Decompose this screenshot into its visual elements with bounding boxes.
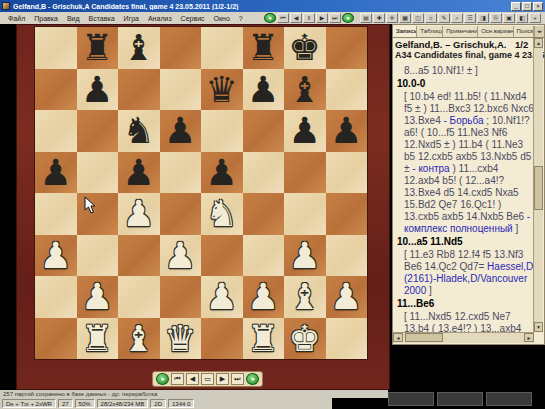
status-message: 257 партий сохранено в базе данных - др:… [0, 390, 388, 398]
square-d4[interactable] [160, 193, 202, 235]
game-result: 1/2 [515, 39, 528, 50]
window-title: Gelfand,B - Grischuk,A Candidates final,… [13, 3, 508, 10]
game-header: Gelfand,B. – Grischuk,A. 1/2 A34 Candida… [395, 39, 533, 60]
status-segment-1: 27 [58, 399, 73, 408]
square-g3[interactable]: ♟ [284, 235, 326, 277]
square-g1[interactable]: ♚ [284, 318, 326, 360]
toolbar-icon-10[interactable]: ⎘ [490, 13, 502, 23]
toolbar-playback-icon-6[interactable]: ● [342, 13, 354, 23]
square-b1[interactable]: ♜ [77, 318, 119, 360]
square-h7[interactable] [326, 69, 368, 111]
toolbar-icon-4[interactable]: ◫ [412, 13, 424, 23]
square-h4[interactable] [326, 193, 368, 235]
black-queen-e7: ♛ [201, 69, 243, 111]
notation-panel: ЗаписьТаблицаПримечанияОсн.вариантПоиск◂… [392, 24, 545, 345]
square-b8[interactable]: ♜ [77, 27, 119, 69]
square-c4[interactable]: ♟ [118, 193, 160, 235]
notation-line-0: 8...a5 10.Nf1! ± ] [395, 65, 534, 77]
square-f7[interactable]: ♟ [243, 69, 285, 111]
tab-Поиск[interactable]: Поиск [514, 26, 534, 37]
square-h1[interactable] [326, 318, 368, 360]
status-segments: De + Txt + 2xWR2750%28/2x48/234 MB2D1344… [0, 398, 332, 409]
square-h5[interactable] [326, 152, 368, 194]
square-d5[interactable] [160, 152, 202, 194]
task-block-0[interactable] [388, 392, 434, 406]
square-g7[interactable]: ♝ [284, 69, 326, 111]
square-c6[interactable]: ♞ [118, 110, 160, 152]
toolbar-playback-icon-4[interactable]: ▶ [316, 13, 328, 23]
square-e1[interactable] [201, 318, 243, 360]
menu-item-Правка[interactable]: Правка [30, 13, 62, 24]
square-c3[interactable] [118, 235, 160, 277]
playback-controls: ●⏮◀▭▶⏭● [152, 371, 263, 387]
first-move-button[interactable]: ⏮ [171, 373, 184, 385]
square-b2[interactable]: ♟ [77, 276, 119, 318]
notation-text: 8...a5 10.Nf1! ± ]10.0-0[ 10.b4 ed! 11.b… [395, 65, 534, 332]
black-rook-f8: ♜ [243, 27, 285, 69]
square-e4[interactable]: ♞ [201, 193, 243, 235]
black-bishop-g7: ♝ [284, 69, 326, 111]
black-pawn-f7: ♟ [243, 69, 285, 111]
black-pawn-a5: ♟ [35, 152, 77, 194]
square-f3[interactable] [243, 235, 285, 277]
black-bishop-c8: ♝ [118, 27, 160, 69]
game-info-line: A34 Candidates final, game 4 23.05.20 [395, 50, 533, 60]
square-h3[interactable] [326, 235, 368, 277]
square-d3[interactable]: ♟ [160, 235, 202, 277]
black-pawn-e5: ♟ [201, 152, 243, 194]
tab-Запись[interactable]: Запись [393, 26, 417, 37]
square-g8[interactable]: ♚ [284, 27, 326, 69]
status-segment-3: 28/2x48/234 MB [97, 399, 149, 408]
move-text[interactable]: ] [513, 223, 519, 234]
square-a2[interactable] [35, 276, 77, 318]
menu-item-?[interactable]: ? [235, 13, 247, 24]
notation-tabs: ЗаписьТаблицаПримечанияОсн.вариантПоиск◂… [393, 26, 544, 38]
app-icon [2, 2, 10, 10]
application-window: Gelfand,B - Grischuk,A Candidates final,… [0, 0, 545, 409]
prev-move-button[interactable]: ◀ [186, 373, 199, 385]
scroll-up-icon[interactable]: ▲ [534, 38, 543, 48]
notation-line-6: [ 11...Nxd5 12.cxd5 Ne7 13.b4 ( 13.e4!? … [395, 311, 534, 332]
menu-item-Вид[interactable]: Вид [63, 13, 84, 24]
white-bishop-g2: ♝ [284, 276, 326, 318]
menu-item-Сервис[interactable]: Сервис [177, 13, 209, 24]
white-king-g1: ♚ [284, 318, 326, 360]
vertical-scroll-thumb[interactable] [534, 166, 543, 210]
last-move-button[interactable]: ⏭ [231, 373, 244, 385]
task-block-2[interactable] [486, 392, 532, 406]
move-text[interactable]: 8...a5 10.Nf1! ± ] [404, 65, 478, 76]
square-e3[interactable] [201, 235, 243, 277]
notation-line-4: [ 11.e3 Rb8 12.f4 f5 13.Nf3 Be6 14.Qc2 Q… [395, 249, 534, 297]
menu-item-Анализ[interactable]: Анализ [144, 13, 176, 24]
move-text[interactable]: 11...Be6 [397, 298, 434, 309]
status-segment-2: 50% [75, 399, 95, 408]
chess-board: ♜♝♜♚♟♛♟♝♞♟♟♟♟♟♟♟♞♟♟♟♟♟♟♝♟♜♝♛♜♚ [35, 27, 367, 359]
square-f5[interactable] [243, 152, 285, 194]
square-d8[interactable] [160, 27, 202, 69]
toolbar-icon-1[interactable]: ✚ [373, 13, 385, 23]
board-frame: ♜♝♜♚♟♛♟♝♞♟♟♟♟♟♟♟♞♟♟♟♟♟♟♝♟♜♝♛♜♚ ●⏮◀▭▶⏭● [16, 24, 390, 390]
square-h2[interactable]: ♟ [326, 276, 368, 318]
move-text[interactable]: [ 11...Nxd5 12.cxd5 Ne7 13.b4 ( 13.e4!? … [404, 311, 530, 332]
toolbar-playback-icon-5[interactable]: ⏭ [329, 13, 341, 23]
window-controls: _□× [511, 2, 543, 11]
menu-item-Окно[interactable]: Окно [210, 13, 234, 24]
takeback-button[interactable]: ▭ [201, 373, 214, 385]
square-a5[interactable]: ♟ [35, 152, 77, 194]
square-e2[interactable]: ♟ [201, 276, 243, 318]
white-pawn-d3: ♟ [160, 235, 202, 277]
menu-item-Вставка[interactable]: Вставка [85, 13, 119, 24]
square-a6[interactable] [35, 110, 77, 152]
square-c7[interactable] [118, 69, 160, 111]
tab-scroll-icon[interactable]: ◂▸ [534, 26, 544, 37]
toolbar-playback-icon-1[interactable]: ⏮ [277, 13, 289, 23]
black-pawn-c5: ♟ [118, 152, 160, 194]
black-knight-c6: ♞ [118, 110, 160, 152]
square-h6[interactable]: ♟ [326, 110, 368, 152]
white-rook-b1: ♜ [77, 318, 119, 360]
vertical-scrollbar[interactable]: ▲ ▼ [533, 38, 543, 332]
close-button[interactable]: × [533, 2, 543, 11]
menu-bar: ФайлПравкаВидВставкаИграАнализСервисОкно… [0, 12, 545, 24]
menu-item-Игра[interactable]: Игра [120, 13, 143, 24]
toolbar-icon-3[interactable]: ▦ [399, 13, 411, 23]
white-pawn-f2: ♟ [243, 276, 285, 318]
toolbar-icon-5[interactable]: ⌗ [425, 13, 437, 23]
horizontal-scroll-thumb[interactable] [405, 333, 443, 342]
square-c2[interactable] [118, 276, 160, 318]
square-c1[interactable]: ♝ [118, 318, 160, 360]
next-move-button[interactable]: ▶ [216, 373, 229, 385]
board-panel: ♜♝♜♚♟♛♟♝♞♟♟♟♟♟♟♟♞♟♟♟♟♟♟♝♟♜♝♛♜♚ ●⏮◀▭▶⏭● [0, 24, 392, 390]
square-c5[interactable]: ♟ [118, 152, 160, 194]
square-g6[interactable]: ♟ [284, 110, 326, 152]
tab-Осн.вариант[interactable]: Осн.вариант [478, 26, 513, 37]
toolbar-icon-11[interactable]: ▣ [503, 13, 515, 23]
square-a7[interactable] [35, 69, 77, 111]
top-toolbar: ●⏮◀‖▶⏭●▤✚✛▦◫⌗✎⌕☰◨⎘▣◧+ [264, 13, 545, 23]
square-b6[interactable] [77, 110, 119, 152]
status-segment-0: De + Txt + 2xWR [2, 399, 56, 408]
maximize-button[interactable]: □ [522, 2, 532, 11]
status-bar: 257 партий сохранено в базе данных - др:… [0, 390, 545, 409]
white-pawn-b2: ♟ [77, 276, 119, 318]
square-d2[interactable] [160, 276, 202, 318]
square-d6[interactable]: ♟ [160, 110, 202, 152]
square-b5[interactable] [77, 152, 119, 194]
task-blocks [388, 392, 545, 408]
white-pawn-g3: ♟ [284, 235, 326, 277]
white-pawn-a3: ♟ [35, 235, 77, 277]
toolbar-icon-2[interactable]: ✛ [386, 13, 398, 23]
scroll-down-icon[interactable]: ▼ [534, 322, 543, 332]
square-e7[interactable]: ♛ [201, 69, 243, 111]
square-a3[interactable]: ♟ [35, 235, 77, 277]
menu-item-Файл[interactable]: Файл [4, 13, 29, 24]
black-pawn-b7: ♟ [77, 69, 119, 111]
autoplay-button[interactable]: ● [246, 373, 259, 385]
toolbar-playback-icon-0[interactable]: ● [264, 13, 276, 23]
move-text[interactable]: 10...a5 11.Nd5 [397, 236, 463, 247]
white-pawn-e2: ♟ [201, 276, 243, 318]
white-bishop-c1: ♝ [118, 318, 160, 360]
white-pawn-c4: ♟ [118, 193, 160, 235]
toolbar-icon-13[interactable]: + [529, 13, 541, 23]
white-rook-f1: ♜ [243, 318, 285, 360]
square-g2[interactable]: ♝ [284, 276, 326, 318]
square-g4[interactable] [284, 193, 326, 235]
toolbar-icon-9[interactable]: ◨ [477, 13, 489, 23]
notation-line-3: 10...a5 11.Nd5 [395, 236, 534, 248]
square-e5[interactable]: ♟ [201, 152, 243, 194]
toolbar-icon-6[interactable]: ✎ [438, 13, 450, 23]
square-h8[interactable] [326, 27, 368, 69]
move-text[interactable]: 10.0-0 [397, 78, 425, 89]
white-pawn-h2: ♟ [326, 276, 368, 318]
square-e8[interactable] [201, 27, 243, 69]
menu-items: ФайлПравкаВидВставкаИграАнализСервисОкно… [0, 13, 247, 24]
notation-line-5: 11...Be6 [395, 298, 534, 310]
square-b4[interactable] [77, 193, 119, 235]
notation-line-1: 10.0-0 [395, 78, 534, 90]
autoplay-back-button[interactable]: ● [156, 373, 169, 385]
square-g5[interactable] [284, 152, 326, 194]
title-bar: Gelfand,B - Grischuk,A Candidates final,… [0, 0, 545, 12]
black-rook-b8: ♜ [77, 27, 119, 69]
square-f6[interactable] [243, 110, 285, 152]
square-b7[interactable]: ♟ [77, 69, 119, 111]
square-b3[interactable] [77, 235, 119, 277]
black-pawn-d6: ♟ [160, 110, 202, 152]
move-text[interactable]: ] [426, 285, 432, 296]
square-e6[interactable] [201, 110, 243, 152]
square-a4[interactable] [35, 193, 77, 235]
black-pawn-g6: ♟ [284, 110, 326, 152]
status-segment-4: 2D [150, 399, 166, 408]
square-f4[interactable] [243, 193, 285, 235]
black-king-g8: ♚ [284, 27, 326, 69]
toolbar-playback-icon-3[interactable]: ‖ [303, 13, 315, 23]
square-a8[interactable] [35, 27, 77, 69]
square-f8[interactable]: ♜ [243, 27, 285, 69]
notation-line-2: [ 10.b4 ed! 11.b5! ( 11.Nxd4 f5 ± ) 11..… [395, 91, 534, 235]
task-block-1[interactable] [437, 392, 483, 406]
scroll-right-icon[interactable]: ► [524, 333, 534, 342]
tab-Примечания[interactable]: Примечания [443, 26, 478, 37]
square-a1[interactable] [35, 318, 77, 360]
players-line: Gelfand,B. – Grischuk,A. 1/2 [395, 39, 533, 50]
scroll-left-icon[interactable]: ◄ [393, 333, 403, 342]
square-f2[interactable]: ♟ [243, 276, 285, 318]
horizontal-scrollbar[interactable]: ◄ ► [393, 332, 534, 343]
move-text[interactable]: - контра [410, 163, 450, 174]
minimize-button[interactable]: _ [511, 2, 521, 11]
toolbar-icon-7[interactable]: ⌕ [451, 13, 463, 23]
white-queen-d1: ♛ [160, 318, 202, 360]
square-d7[interactable] [160, 69, 202, 111]
black-pawn-h6: ♟ [326, 110, 368, 152]
toolbar-icon-12[interactable]: ◧ [516, 13, 528, 23]
move-text[interactable]: - Борьба [441, 115, 484, 126]
toolbar-playback-icon-2[interactable]: ◀ [290, 13, 302, 23]
white-knight-e4: ♞ [201, 193, 243, 235]
toolbar-icon-0[interactable]: ▤ [360, 13, 372, 23]
square-d1[interactable]: ♛ [160, 318, 202, 360]
toolbar-icon-8[interactable]: ☰ [464, 13, 476, 23]
tab-Таблица[interactable]: Таблица [417, 26, 443, 37]
status-segment-5: 1344 0 [168, 399, 194, 408]
square-f1[interactable]: ♜ [243, 318, 285, 360]
players-names: Gelfand,B. – Grischuk,A. [395, 39, 506, 50]
square-c8[interactable]: ♝ [118, 27, 160, 69]
